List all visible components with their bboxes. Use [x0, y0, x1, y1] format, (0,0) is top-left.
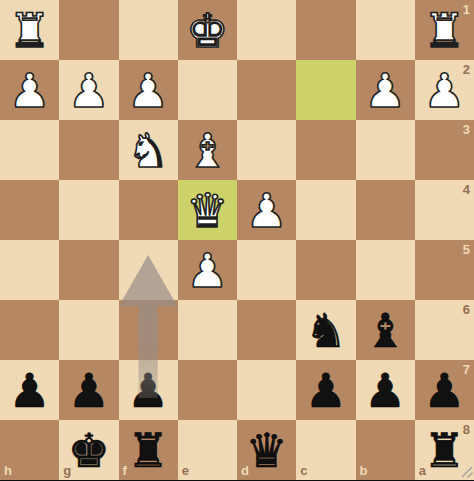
- square-g2[interactable]: ♟: [59, 60, 118, 120]
- white-pawn-e5[interactable]: ♟: [178, 240, 237, 300]
- white-rook-h1[interactable]: ♜: [0, 0, 59, 60]
- black-pawn-g7[interactable]: ♟: [59, 360, 118, 420]
- file-label-e: e: [182, 464, 189, 477]
- black-bishop-b6[interactable]: ♝: [356, 300, 415, 360]
- square-c7[interactable]: ♟: [296, 360, 355, 420]
- square-g4[interactable]: [59, 180, 118, 240]
- square-g5[interactable]: [59, 240, 118, 300]
- black-pawn-h7[interactable]: ♟: [0, 360, 59, 420]
- square-d6[interactable]: [237, 300, 296, 360]
- square-f6[interactable]: [119, 300, 178, 360]
- white-rook-a1[interactable]: ♜: [415, 0, 474, 60]
- square-b2[interactable]: ♟: [356, 60, 415, 120]
- file-label-b: b: [360, 464, 368, 477]
- black-rook-f8[interactable]: ♜: [119, 420, 178, 480]
- rank-label-3: 3: [463, 123, 470, 136]
- square-c8[interactable]: c: [296, 420, 355, 480]
- square-f5[interactable]: [119, 240, 178, 300]
- square-b6[interactable]: ♝: [356, 300, 415, 360]
- square-f3[interactable]: ♞: [119, 120, 178, 180]
- square-d2[interactable]: [237, 60, 296, 120]
- square-g7[interactable]: ♟: [59, 360, 118, 420]
- square-h8[interactable]: h: [0, 420, 59, 480]
- square-a5[interactable]: 5: [415, 240, 474, 300]
- rank-label-4: 4: [463, 183, 470, 196]
- square-g1[interactable]: [59, 0, 118, 60]
- square-a6[interactable]: 6: [415, 300, 474, 360]
- square-h6[interactable]: [0, 300, 59, 360]
- square-a1[interactable]: ♜1: [415, 0, 474, 60]
- square-e3[interactable]: ♝: [178, 120, 237, 180]
- square-e8[interactable]: e: [178, 420, 237, 480]
- square-f8[interactable]: ♜f: [119, 420, 178, 480]
- black-knight-c6[interactable]: ♞: [296, 300, 355, 360]
- square-f2[interactable]: ♟: [119, 60, 178, 120]
- square-b3[interactable]: [356, 120, 415, 180]
- square-e5[interactable]: ♟: [178, 240, 237, 300]
- black-rook-a8[interactable]: ♜: [415, 420, 474, 480]
- square-h1[interactable]: ♜: [0, 0, 59, 60]
- square-c5[interactable]: [296, 240, 355, 300]
- square-d5[interactable]: [237, 240, 296, 300]
- white-pawn-a2[interactable]: ♟: [415, 60, 474, 120]
- square-f1[interactable]: [119, 0, 178, 60]
- square-a3[interactable]: 3: [415, 120, 474, 180]
- rank-label-6: 6: [463, 303, 470, 316]
- black-king-g8[interactable]: ♚: [59, 420, 118, 480]
- square-g3[interactable]: [59, 120, 118, 180]
- file-label-c: c: [300, 464, 307, 477]
- black-queen-d8[interactable]: ♛: [237, 420, 296, 480]
- white-knight-f3[interactable]: ♞: [119, 120, 178, 180]
- square-f7[interactable]: ♟: [119, 360, 178, 420]
- white-king-e1[interactable]: ♚: [178, 0, 237, 60]
- square-c3[interactable]: [296, 120, 355, 180]
- square-h5[interactable]: [0, 240, 59, 300]
- square-a7[interactable]: ♟7: [415, 360, 474, 420]
- square-a4[interactable]: 4: [415, 180, 474, 240]
- black-pawn-f7[interactable]: ♟: [119, 360, 178, 420]
- square-d1[interactable]: [237, 0, 296, 60]
- square-g6[interactable]: [59, 300, 118, 360]
- black-pawn-b7[interactable]: ♟: [356, 360, 415, 420]
- white-pawn-h2[interactable]: ♟: [0, 60, 59, 120]
- square-e6[interactable]: [178, 300, 237, 360]
- white-pawn-d4[interactable]: ♟: [237, 180, 296, 240]
- square-e1[interactable]: ♚: [178, 0, 237, 60]
- square-e7[interactable]: [178, 360, 237, 420]
- white-pawn-f2[interactable]: ♟: [119, 60, 178, 120]
- square-c2[interactable]: [296, 60, 355, 120]
- rank-label-5: 5: [463, 243, 470, 256]
- square-c1[interactable]: [296, 0, 355, 60]
- square-h4[interactable]: [0, 180, 59, 240]
- square-e4[interactable]: ♛: [178, 180, 237, 240]
- square-a8[interactable]: ♜a8: [415, 420, 474, 480]
- square-c6[interactable]: ♞: [296, 300, 355, 360]
- square-d7[interactable]: [237, 360, 296, 420]
- square-b1[interactable]: [356, 0, 415, 60]
- square-b8[interactable]: b: [356, 420, 415, 480]
- square-e2[interactable]: [178, 60, 237, 120]
- square-h2[interactable]: ♟: [0, 60, 59, 120]
- square-h7[interactable]: ♟: [0, 360, 59, 420]
- white-pawn-b2[interactable]: ♟: [356, 60, 415, 120]
- white-bishop-e3[interactable]: ♝: [178, 120, 237, 180]
- square-g8[interactable]: ♚g: [59, 420, 118, 480]
- white-queen-e4[interactable]: ♛: [178, 180, 237, 240]
- black-pawn-c7[interactable]: ♟: [296, 360, 355, 420]
- square-d4[interactable]: ♟: [237, 180, 296, 240]
- square-d8[interactable]: ♛d: [237, 420, 296, 480]
- square-b7[interactable]: ♟: [356, 360, 415, 420]
- chess-board: ♜♚♜1♟♟♟♟♟2♞♝3♛♟4♟5♞♝6♟♟♟♟♟♟7h♚g♜fe♛dcb♜a…: [0, 0, 474, 480]
- square-c4[interactable]: [296, 180, 355, 240]
- square-d3[interactable]: [237, 120, 296, 180]
- square-f4[interactable]: [119, 180, 178, 240]
- square-b4[interactable]: [356, 180, 415, 240]
- black-pawn-a7[interactable]: ♟: [415, 360, 474, 420]
- board-squares: ♜♚♜1♟♟♟♟♟2♞♝3♛♟4♟5♞♝6♟♟♟♟♟♟7h♚g♜fe♛dcb♜a…: [0, 0, 474, 480]
- file-label-h: h: [4, 464, 12, 477]
- square-b5[interactable]: [356, 240, 415, 300]
- square-h3[interactable]: [0, 120, 59, 180]
- square-a2[interactable]: ♟2: [415, 60, 474, 120]
- white-pawn-g2[interactable]: ♟: [59, 60, 118, 120]
